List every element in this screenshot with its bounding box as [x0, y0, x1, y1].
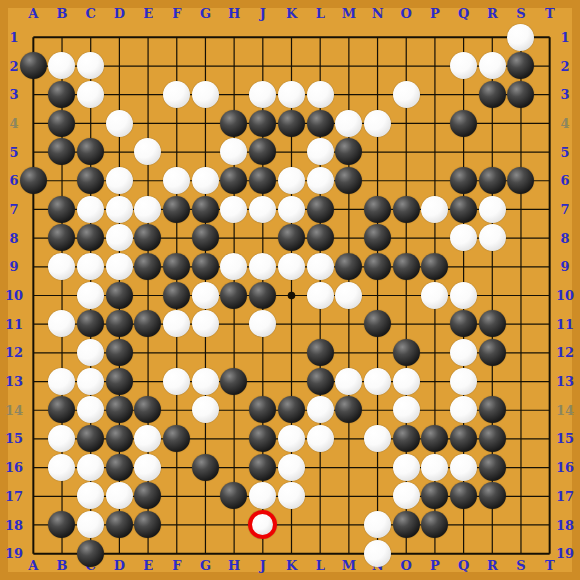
intersection-S3[interactable]	[507, 80, 536, 109]
intersection-O7[interactable]	[392, 195, 421, 224]
intersection-O14[interactable]	[392, 396, 421, 425]
intersection-R7[interactable]	[478, 195, 507, 224]
intersection-O1[interactable]	[392, 23, 421, 52]
intersection-F9[interactable]	[162, 252, 191, 281]
intersection-E13[interactable]	[134, 367, 163, 396]
intersection-H14[interactable]	[220, 396, 249, 425]
intersection-Q19[interactable]	[449, 539, 478, 568]
intersection-K9[interactable]	[277, 252, 306, 281]
intersection-D12[interactable]	[105, 338, 134, 367]
intersection-G6[interactable]	[191, 166, 220, 195]
intersection-F2[interactable]	[162, 52, 191, 81]
intersection-N15[interactable]	[363, 424, 392, 453]
intersection-P18[interactable]	[421, 510, 450, 539]
intersection-H10[interactable]	[220, 281, 249, 310]
intersection-C3[interactable]	[76, 80, 105, 109]
intersection-C12[interactable]	[76, 338, 105, 367]
intersection-C11[interactable]	[76, 310, 105, 339]
intersection-Q3[interactable]	[449, 80, 478, 109]
intersection-D1[interactable]	[105, 23, 134, 52]
intersection-F7[interactable]	[162, 195, 191, 224]
intersection-R9[interactable]	[478, 252, 507, 281]
intersection-R14[interactable]	[478, 396, 507, 425]
intersection-Q6[interactable]	[449, 166, 478, 195]
intersection-F16[interactable]	[162, 453, 191, 482]
intersection-G7[interactable]	[191, 195, 220, 224]
intersection-O12[interactable]	[392, 338, 421, 367]
intersection-R17[interactable]	[478, 482, 507, 511]
intersection-S4[interactable]	[507, 109, 536, 138]
intersection-D15[interactable]	[105, 424, 134, 453]
intersection-S5[interactable]	[507, 138, 536, 167]
intersection-N8[interactable]	[363, 224, 392, 253]
intersection-T16[interactable]	[535, 453, 564, 482]
intersection-G14[interactable]	[191, 396, 220, 425]
intersection-J9[interactable]	[248, 252, 277, 281]
intersection-J3[interactable]	[248, 80, 277, 109]
intersection-D8[interactable]	[105, 224, 134, 253]
intersection-G1[interactable]	[191, 23, 220, 52]
intersection-O11[interactable]	[392, 310, 421, 339]
intersection-G9[interactable]	[191, 252, 220, 281]
intersection-K13[interactable]	[277, 367, 306, 396]
intersection-N1[interactable]	[363, 23, 392, 52]
intersection-E7[interactable]	[134, 195, 163, 224]
intersection-H4[interactable]	[220, 109, 249, 138]
intersection-G11[interactable]	[191, 310, 220, 339]
intersection-R8[interactable]	[478, 224, 507, 253]
intersection-G5[interactable]	[191, 138, 220, 167]
intersection-T17[interactable]	[535, 482, 564, 511]
intersection-H8[interactable]	[220, 224, 249, 253]
intersection-N2[interactable]	[363, 52, 392, 81]
intersection-E4[interactable]	[134, 109, 163, 138]
intersection-A1[interactable]	[19, 23, 48, 52]
intersection-P7[interactable]	[421, 195, 450, 224]
intersection-Q9[interactable]	[449, 252, 478, 281]
intersection-J15[interactable]	[248, 424, 277, 453]
intersection-E8[interactable]	[134, 224, 163, 253]
intersection-M2[interactable]	[335, 52, 364, 81]
intersection-N16[interactable]	[363, 453, 392, 482]
intersection-R5[interactable]	[478, 138, 507, 167]
intersection-F1[interactable]	[162, 23, 191, 52]
intersection-T13[interactable]	[535, 367, 564, 396]
intersection-G10[interactable]	[191, 281, 220, 310]
intersection-C18[interactable]	[76, 510, 105, 539]
intersection-P10[interactable]	[421, 281, 450, 310]
intersection-F10[interactable]	[162, 281, 191, 310]
intersection-D6[interactable]	[105, 166, 134, 195]
intersection-E11[interactable]	[134, 310, 163, 339]
intersection-M17[interactable]	[335, 482, 364, 511]
intersection-B11[interactable]	[48, 310, 77, 339]
intersection-T12[interactable]	[535, 338, 564, 367]
intersection-M14[interactable]	[335, 396, 364, 425]
intersection-Q18[interactable]	[449, 510, 478, 539]
intersection-E19[interactable]	[134, 539, 163, 568]
intersection-N12[interactable]	[363, 338, 392, 367]
intersection-F11[interactable]	[162, 310, 191, 339]
intersection-T7[interactable]	[535, 195, 564, 224]
intersection-S12[interactable]	[507, 338, 536, 367]
intersection-C1[interactable]	[76, 23, 105, 52]
intersection-G18[interactable]	[191, 510, 220, 539]
intersection-S11[interactable]	[507, 310, 536, 339]
intersection-M12[interactable]	[335, 338, 364, 367]
intersection-N7[interactable]	[363, 195, 392, 224]
intersection-B14[interactable]	[48, 396, 77, 425]
intersection-M18[interactable]	[335, 510, 364, 539]
intersection-P17[interactable]	[421, 482, 450, 511]
intersection-O18[interactable]	[392, 510, 421, 539]
intersection-J5[interactable]	[248, 138, 277, 167]
intersection-P2[interactable]	[421, 52, 450, 81]
intersection-L9[interactable]	[306, 252, 335, 281]
intersection-P9[interactable]	[421, 252, 450, 281]
intersection-J19[interactable]	[248, 539, 277, 568]
intersection-P8[interactable]	[421, 224, 450, 253]
intersection-S8[interactable]	[507, 224, 536, 253]
intersection-J17[interactable]	[248, 482, 277, 511]
intersection-H3[interactable]	[220, 80, 249, 109]
intersection-P19[interactable]	[421, 539, 450, 568]
intersection-M11[interactable]	[335, 310, 364, 339]
intersection-H16[interactable]	[220, 453, 249, 482]
intersection-S7[interactable]	[507, 195, 536, 224]
intersection-C6[interactable]	[76, 166, 105, 195]
intersection-B8[interactable]	[48, 224, 77, 253]
intersection-B19[interactable]	[48, 539, 77, 568]
intersection-E6[interactable]	[134, 166, 163, 195]
intersection-L15[interactable]	[306, 424, 335, 453]
intersection-T14[interactable]	[535, 396, 564, 425]
intersection-M7[interactable]	[335, 195, 364, 224]
intersection-T19[interactable]	[535, 539, 564, 568]
intersection-H1[interactable]	[220, 23, 249, 52]
intersection-M8[interactable]	[335, 224, 364, 253]
intersection-B9[interactable]	[48, 252, 77, 281]
intersection-S15[interactable]	[507, 424, 536, 453]
intersection-O15[interactable]	[392, 424, 421, 453]
intersection-O13[interactable]	[392, 367, 421, 396]
intersection-M16[interactable]	[335, 453, 364, 482]
intersection-H9[interactable]	[220, 252, 249, 281]
intersection-Q1[interactable]	[449, 23, 478, 52]
intersection-P15[interactable]	[421, 424, 450, 453]
intersection-Q12[interactable]	[449, 338, 478, 367]
intersection-J10[interactable]	[248, 281, 277, 310]
intersection-A5[interactable]	[19, 138, 48, 167]
intersection-J12[interactable]	[248, 338, 277, 367]
intersection-L2[interactable]	[306, 52, 335, 81]
intersection-M13[interactable]	[335, 367, 364, 396]
intersection-E12[interactable]	[134, 338, 163, 367]
intersection-T5[interactable]	[535, 138, 564, 167]
intersection-R4[interactable]	[478, 109, 507, 138]
intersection-G13[interactable]	[191, 367, 220, 396]
intersection-G19[interactable]	[191, 539, 220, 568]
intersection-J16[interactable]	[248, 453, 277, 482]
intersection-N11[interactable]	[363, 310, 392, 339]
intersection-L8[interactable]	[306, 224, 335, 253]
intersection-P3[interactable]	[421, 80, 450, 109]
intersection-D14[interactable]	[105, 396, 134, 425]
intersection-L16[interactable]	[306, 453, 335, 482]
intersection-J13[interactable]	[248, 367, 277, 396]
intersection-C10[interactable]	[76, 281, 105, 310]
intersection-H19[interactable]	[220, 539, 249, 568]
intersection-S6[interactable]	[507, 166, 536, 195]
intersection-A6[interactable]	[19, 166, 48, 195]
intersection-F17[interactable]	[162, 482, 191, 511]
intersection-N10[interactable]	[363, 281, 392, 310]
intersection-F6[interactable]	[162, 166, 191, 195]
intersection-T15[interactable]	[535, 424, 564, 453]
intersection-O6[interactable]	[392, 166, 421, 195]
intersection-L12[interactable]	[306, 338, 335, 367]
intersection-O19[interactable]	[392, 539, 421, 568]
intersection-Q8[interactable]	[449, 224, 478, 253]
intersection-J18[interactable]	[248, 510, 277, 539]
intersection-K11[interactable]	[277, 310, 306, 339]
intersection-D3[interactable]	[105, 80, 134, 109]
intersection-K8[interactable]	[277, 224, 306, 253]
intersection-A18[interactable]	[19, 510, 48, 539]
intersection-C16[interactable]	[76, 453, 105, 482]
intersection-L10[interactable]	[306, 281, 335, 310]
intersection-Q4[interactable]	[449, 109, 478, 138]
intersection-A11[interactable]	[19, 310, 48, 339]
intersection-G4[interactable]	[191, 109, 220, 138]
intersection-Q11[interactable]	[449, 310, 478, 339]
intersection-M3[interactable]	[335, 80, 364, 109]
intersection-D10[interactable]	[105, 281, 134, 310]
intersection-B12[interactable]	[48, 338, 77, 367]
intersection-E14[interactable]	[134, 396, 163, 425]
intersection-N3[interactable]	[363, 80, 392, 109]
intersection-R12[interactable]	[478, 338, 507, 367]
intersection-S1[interactable]	[507, 23, 536, 52]
intersection-H6[interactable]	[220, 166, 249, 195]
intersection-S16[interactable]	[507, 453, 536, 482]
intersection-M19[interactable]	[335, 539, 364, 568]
intersection-O8[interactable]	[392, 224, 421, 253]
intersection-C4[interactable]	[76, 109, 105, 138]
intersection-N5[interactable]	[363, 138, 392, 167]
intersection-L3[interactable]	[306, 80, 335, 109]
intersection-D7[interactable]	[105, 195, 134, 224]
intersection-M1[interactable]	[335, 23, 364, 52]
intersection-M10[interactable]	[335, 281, 364, 310]
intersection-S19[interactable]	[507, 539, 536, 568]
intersection-D18[interactable]	[105, 510, 134, 539]
intersection-P4[interactable]	[421, 109, 450, 138]
intersection-T2[interactable]	[535, 52, 564, 81]
intersection-H12[interactable]	[220, 338, 249, 367]
intersection-Q5[interactable]	[449, 138, 478, 167]
intersection-K4[interactable]	[277, 109, 306, 138]
intersection-D11[interactable]	[105, 310, 134, 339]
intersection-A16[interactable]	[19, 453, 48, 482]
intersection-Q17[interactable]	[449, 482, 478, 511]
intersection-S13[interactable]	[507, 367, 536, 396]
intersection-E15[interactable]	[134, 424, 163, 453]
intersection-A14[interactable]	[19, 396, 48, 425]
intersection-J14[interactable]	[248, 396, 277, 425]
intersection-A12[interactable]	[19, 338, 48, 367]
intersection-L19[interactable]	[306, 539, 335, 568]
intersection-C14[interactable]	[76, 396, 105, 425]
intersection-K15[interactable]	[277, 424, 306, 453]
intersection-Q7[interactable]	[449, 195, 478, 224]
intersection-L4[interactable]	[306, 109, 335, 138]
intersection-N13[interactable]	[363, 367, 392, 396]
intersection-N17[interactable]	[363, 482, 392, 511]
intersection-B10[interactable]	[48, 281, 77, 310]
intersection-K12[interactable]	[277, 338, 306, 367]
intersection-B4[interactable]	[48, 109, 77, 138]
intersection-T9[interactable]	[535, 252, 564, 281]
intersection-H15[interactable]	[220, 424, 249, 453]
intersection-M9[interactable]	[335, 252, 364, 281]
intersection-K2[interactable]	[277, 52, 306, 81]
intersection-L13[interactable]	[306, 367, 335, 396]
intersection-F15[interactable]	[162, 424, 191, 453]
intersection-C15[interactable]	[76, 424, 105, 453]
intersection-A19[interactable]	[19, 539, 48, 568]
intersection-M6[interactable]	[335, 166, 364, 195]
intersection-C5[interactable]	[76, 138, 105, 167]
intersection-R18[interactable]	[478, 510, 507, 539]
intersection-G17[interactable]	[191, 482, 220, 511]
intersection-S18[interactable]	[507, 510, 536, 539]
intersection-Q15[interactable]	[449, 424, 478, 453]
intersection-S17[interactable]	[507, 482, 536, 511]
intersection-R11[interactable]	[478, 310, 507, 339]
intersection-K10[interactable]	[277, 281, 306, 310]
intersection-T6[interactable]	[535, 166, 564, 195]
intersection-G3[interactable]	[191, 80, 220, 109]
intersection-K3[interactable]	[277, 80, 306, 109]
intersection-H5[interactable]	[220, 138, 249, 167]
intersection-C2[interactable]	[76, 52, 105, 81]
intersection-K7[interactable]	[277, 195, 306, 224]
intersection-B18[interactable]	[48, 510, 77, 539]
intersection-P1[interactable]	[421, 23, 450, 52]
intersection-R2[interactable]	[478, 52, 507, 81]
intersection-F13[interactable]	[162, 367, 191, 396]
intersection-B3[interactable]	[48, 80, 77, 109]
intersection-K6[interactable]	[277, 166, 306, 195]
intersection-Q10[interactable]	[449, 281, 478, 310]
intersection-P12[interactable]	[421, 338, 450, 367]
intersection-O3[interactable]	[392, 80, 421, 109]
intersection-H11[interactable]	[220, 310, 249, 339]
intersection-D9[interactable]	[105, 252, 134, 281]
intersection-M15[interactable]	[335, 424, 364, 453]
intersection-J1[interactable]	[248, 23, 277, 52]
intersection-L7[interactable]	[306, 195, 335, 224]
intersection-K17[interactable]	[277, 482, 306, 511]
intersection-A7[interactable]	[19, 195, 48, 224]
intersection-N6[interactable]	[363, 166, 392, 195]
intersection-R19[interactable]	[478, 539, 507, 568]
intersection-A13[interactable]	[19, 367, 48, 396]
intersection-R10[interactable]	[478, 281, 507, 310]
intersection-P5[interactable]	[421, 138, 450, 167]
intersection-G16[interactable]	[191, 453, 220, 482]
intersection-B5[interactable]	[48, 138, 77, 167]
intersection-L1[interactable]	[306, 23, 335, 52]
intersection-C7[interactable]	[76, 195, 105, 224]
intersection-B6[interactable]	[48, 166, 77, 195]
intersection-T1[interactable]	[535, 23, 564, 52]
intersection-H18[interactable]	[220, 510, 249, 539]
intersection-B2[interactable]	[48, 52, 77, 81]
intersection-R16[interactable]	[478, 453, 507, 482]
intersection-T18[interactable]	[535, 510, 564, 539]
intersection-P16[interactable]	[421, 453, 450, 482]
intersection-J4[interactable]	[248, 109, 277, 138]
intersection-K14[interactable]	[277, 396, 306, 425]
intersection-B17[interactable]	[48, 482, 77, 511]
intersection-L18[interactable]	[306, 510, 335, 539]
intersection-G15[interactable]	[191, 424, 220, 453]
intersection-S10[interactable]	[507, 281, 536, 310]
intersection-T8[interactable]	[535, 224, 564, 253]
intersection-B13[interactable]	[48, 367, 77, 396]
intersection-A4[interactable]	[19, 109, 48, 138]
intersection-J11[interactable]	[248, 310, 277, 339]
intersection-E3[interactable]	[134, 80, 163, 109]
intersection-D4[interactable]	[105, 109, 134, 138]
intersection-M5[interactable]	[335, 138, 364, 167]
intersection-Q16[interactable]	[449, 453, 478, 482]
intersection-C9[interactable]	[76, 252, 105, 281]
intersection-Q14[interactable]	[449, 396, 478, 425]
intersection-P6[interactable]	[421, 166, 450, 195]
intersection-S9[interactable]	[507, 252, 536, 281]
intersection-E2[interactable]	[134, 52, 163, 81]
intersection-S2[interactable]	[507, 52, 536, 81]
intersection-F8[interactable]	[162, 224, 191, 253]
intersection-A3[interactable]	[19, 80, 48, 109]
intersection-L17[interactable]	[306, 482, 335, 511]
intersection-F14[interactable]	[162, 396, 191, 425]
intersection-E5[interactable]	[134, 138, 163, 167]
intersection-A8[interactable]	[19, 224, 48, 253]
intersection-L14[interactable]	[306, 396, 335, 425]
intersection-A17[interactable]	[19, 482, 48, 511]
intersection-T10[interactable]	[535, 281, 564, 310]
intersection-N18[interactable]	[363, 510, 392, 539]
intersection-T11[interactable]	[535, 310, 564, 339]
intersection-H13[interactable]	[220, 367, 249, 396]
intersection-F12[interactable]	[162, 338, 191, 367]
intersection-K16[interactable]	[277, 453, 306, 482]
intersection-A2[interactable]	[19, 52, 48, 81]
intersection-F19[interactable]	[162, 539, 191, 568]
intersection-Q13[interactable]	[449, 367, 478, 396]
intersection-B1[interactable]	[48, 23, 77, 52]
intersection-H2[interactable]	[220, 52, 249, 81]
intersection-O2[interactable]	[392, 52, 421, 81]
intersection-O17[interactable]	[392, 482, 421, 511]
intersection-O9[interactable]	[392, 252, 421, 281]
intersection-C17[interactable]	[76, 482, 105, 511]
intersection-A9[interactable]	[19, 252, 48, 281]
